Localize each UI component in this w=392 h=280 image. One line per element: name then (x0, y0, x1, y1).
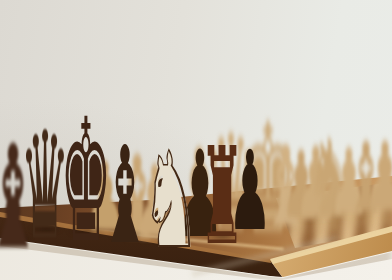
black-pawn-piece: ♟ (228, 136, 272, 246)
chess-photo-scene: ♟ ♝ ♟ ♝ ♛ ♚ ♝ ♟ ♟ ♞ ♟ ♝ ♟ ♝ ♛ ♚ ♝ ♟ ♞ ♘ … (0, 0, 392, 280)
light-knight-outline: ♘ (141, 133, 202, 268)
white-pawn-piece-blurred: ♟ (364, 130, 392, 225)
